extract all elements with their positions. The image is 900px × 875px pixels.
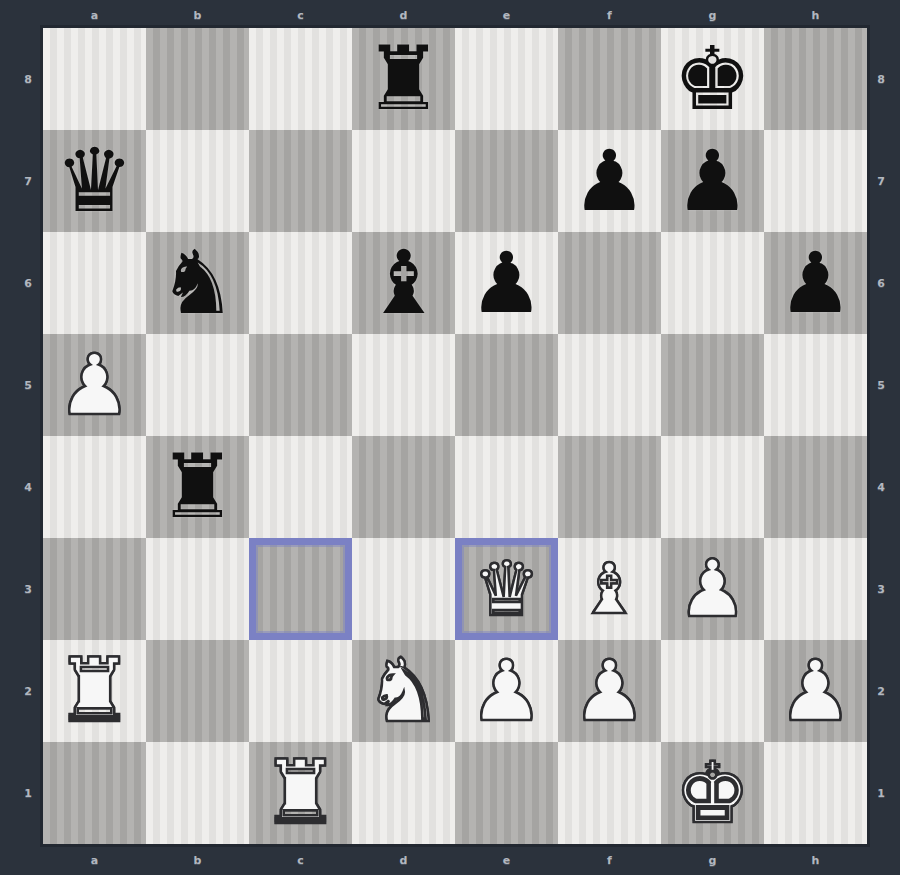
file-label-bottom-a: a <box>91 854 98 867</box>
rank-label-right-7: 7 <box>877 175 885 188</box>
rank-label-left-1: 1 <box>24 787 32 800</box>
square-a1[interactable] <box>43 742 146 844</box>
square-e2[interactable]: ♟ <box>455 640 558 742</box>
piece-white-pawn-g3[interactable]: ♟ <box>661 538 764 640</box>
square-b8[interactable] <box>146 28 249 130</box>
square-b1[interactable] <box>146 742 249 844</box>
square-c8[interactable] <box>249 28 352 130</box>
square-a7[interactable]: ♛ <box>43 130 146 232</box>
square-d6[interactable]: ♝ <box>352 232 455 334</box>
square-c4[interactable] <box>249 436 352 538</box>
square-h2[interactable]: ♟ <box>764 640 867 742</box>
file-label-top-e: e <box>503 9 510 22</box>
square-d2[interactable]: ♞ <box>352 640 455 742</box>
rank-label-left-2: 2 <box>24 685 32 698</box>
piece-black-rook-d8[interactable]: ♜ <box>352 28 455 130</box>
square-d8[interactable]: ♜ <box>352 28 455 130</box>
square-e8[interactable] <box>455 28 558 130</box>
piece-white-rook-c1[interactable]: ♜ <box>249 742 352 844</box>
square-g7[interactable]: ♟ <box>661 130 764 232</box>
rank-label-right-4: 4 <box>877 481 885 494</box>
file-label-bottom-f: f <box>607 854 612 867</box>
piece-black-rook-b4[interactable]: ♜ <box>146 436 249 538</box>
file-label-top-a: a <box>91 9 98 22</box>
square-h7[interactable] <box>764 130 867 232</box>
file-label-top-g: g <box>709 9 717 22</box>
rank-label-left-6: 6 <box>24 277 32 290</box>
square-e5[interactable] <box>455 334 558 436</box>
square-d4[interactable] <box>352 436 455 538</box>
piece-black-pawn-f7[interactable]: ♟ <box>558 130 661 232</box>
rank-label-left-4: 4 <box>24 481 32 494</box>
rank-label-right-5: 5 <box>877 379 885 392</box>
square-c7[interactable] <box>249 130 352 232</box>
square-g3[interactable]: ♟ <box>661 538 764 640</box>
square-a2[interactable]: ♜ <box>43 640 146 742</box>
square-h6[interactable]: ♟ <box>764 232 867 334</box>
square-c2[interactable] <box>249 640 352 742</box>
rank-label-right-6: 6 <box>877 277 885 290</box>
square-h3[interactable] <box>764 538 867 640</box>
file-label-bottom-d: d <box>400 854 408 867</box>
square-c3[interactable] <box>249 538 352 640</box>
rank-label-right-8: 8 <box>877 73 885 86</box>
square-f7[interactable]: ♟ <box>558 130 661 232</box>
square-e3[interactable]: ♛ <box>455 538 558 640</box>
file-label-bottom-g: g <box>709 854 717 867</box>
square-b2[interactable] <box>146 640 249 742</box>
square-c5[interactable] <box>249 334 352 436</box>
square-h1[interactable] <box>764 742 867 844</box>
square-g1[interactable]: ♚ <box>661 742 764 844</box>
piece-black-queen-a7[interactable]: ♛ <box>43 130 146 232</box>
file-label-top-b: b <box>194 9 202 22</box>
piece-black-pawn-g7[interactable]: ♟ <box>661 130 764 232</box>
rank-label-right-1: 1 <box>877 787 885 800</box>
file-label-top-c: c <box>297 9 304 22</box>
square-a3[interactable] <box>43 538 146 640</box>
square-c1[interactable]: ♜ <box>249 742 352 844</box>
piece-black-king-g8[interactable]: ♚ <box>661 28 764 130</box>
square-g4[interactable] <box>661 436 764 538</box>
file-label-bottom-e: e <box>503 854 510 867</box>
square-b7[interactable] <box>146 130 249 232</box>
piece-white-queen-e3[interactable]: ♛ <box>455 538 558 640</box>
board: ♜♚♛♟♟♞♝♟♟♟♜♛♝♟♜♞♟♟♟♜♚ <box>43 28 867 844</box>
piece-black-knight-b6[interactable]: ♞ <box>146 232 249 334</box>
square-g6[interactable] <box>661 232 764 334</box>
square-b4[interactable]: ♜ <box>146 436 249 538</box>
piece-white-knight-d2[interactable]: ♞ <box>352 640 455 742</box>
square-f4[interactable] <box>558 436 661 538</box>
square-g2[interactable] <box>661 640 764 742</box>
square-d7[interactable] <box>352 130 455 232</box>
piece-black-pawn-h6[interactable]: ♟ <box>764 232 867 334</box>
square-d5[interactable] <box>352 334 455 436</box>
square-a6[interactable] <box>43 232 146 334</box>
piece-white-rook-a2[interactable]: ♜ <box>43 640 146 742</box>
square-b5[interactable] <box>146 334 249 436</box>
square-h4[interactable] <box>764 436 867 538</box>
square-e6[interactable]: ♟ <box>455 232 558 334</box>
piece-white-pawn-f2[interactable]: ♟ <box>558 640 661 742</box>
square-b3[interactable] <box>146 538 249 640</box>
piece-black-bishop-d6[interactable]: ♝ <box>352 232 455 334</box>
square-b6[interactable]: ♞ <box>146 232 249 334</box>
square-f3[interactable]: ♝ <box>558 538 661 640</box>
rank-label-left-5: 5 <box>24 379 32 392</box>
rank-label-left-7: 7 <box>24 175 32 188</box>
rank-label-right-3: 3 <box>877 583 885 596</box>
square-f2[interactable]: ♟ <box>558 640 661 742</box>
piece-black-pawn-e6[interactable]: ♟ <box>455 232 558 334</box>
square-f1[interactable] <box>558 742 661 844</box>
square-f6[interactable] <box>558 232 661 334</box>
square-d3[interactable] <box>352 538 455 640</box>
file-label-bottom-b: b <box>194 854 202 867</box>
file-label-top-f: f <box>607 9 612 22</box>
square-f5[interactable] <box>558 334 661 436</box>
square-a8[interactable] <box>43 28 146 130</box>
piece-white-bishop-f3[interactable]: ♝ <box>558 538 661 640</box>
piece-white-pawn-e2[interactable]: ♟ <box>455 640 558 742</box>
piece-white-pawn-h2[interactable]: ♟ <box>764 640 867 742</box>
rank-label-right-2: 2 <box>877 685 885 698</box>
chess-board-frame: ♜♚♛♟♟♞♝♟♟♟♜♛♝♟♜♞♟♟♟♜♚ aabbccddeeffgghh88… <box>0 0 900 875</box>
square-a5[interactable]: ♟ <box>43 334 146 436</box>
square-g5[interactable] <box>661 334 764 436</box>
rank-label-left-8: 8 <box>24 73 32 86</box>
file-label-bottom-c: c <box>297 854 304 867</box>
square-h8[interactable] <box>764 28 867 130</box>
square-g8[interactable]: ♚ <box>661 28 764 130</box>
square-e4[interactable] <box>455 436 558 538</box>
piece-white-pawn-a5[interactable]: ♟ <box>43 334 146 436</box>
file-label-top-h: h <box>812 9 820 22</box>
square-c6[interactable] <box>249 232 352 334</box>
rank-label-left-3: 3 <box>24 583 32 596</box>
square-a4[interactable] <box>43 436 146 538</box>
square-f8[interactable] <box>558 28 661 130</box>
piece-white-king-g1[interactable]: ♚ <box>661 742 764 844</box>
square-d1[interactable] <box>352 742 455 844</box>
file-label-bottom-h: h <box>812 854 820 867</box>
square-h5[interactable] <box>764 334 867 436</box>
square-e1[interactable] <box>455 742 558 844</box>
file-label-top-d: d <box>400 9 408 22</box>
square-e7[interactable] <box>455 130 558 232</box>
